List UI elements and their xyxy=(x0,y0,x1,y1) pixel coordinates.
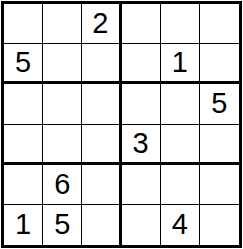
sudoku-cell-r5c4-empty[interactable] xyxy=(122,165,161,205)
sudoku-cell-r4c5-empty[interactable] xyxy=(161,125,200,165)
sudoku-cell-r5c2-given[interactable]: 6 xyxy=(43,165,82,205)
sudoku-cell-r1c6-empty[interactable] xyxy=(200,4,239,44)
sudoku-cell-r5c3-empty[interactable] xyxy=(82,165,121,205)
sudoku-cell-r3c6-given[interactable]: 5 xyxy=(200,84,239,124)
sudoku-cell-r2c3-empty[interactable] xyxy=(82,44,121,84)
sudoku-cell-r6c6-empty[interactable] xyxy=(200,205,239,245)
sudoku-cell-r4c4-given[interactable]: 3 xyxy=(122,125,161,165)
sudoku-cell-r4c1-empty[interactable] xyxy=(4,125,43,165)
sudoku-cell-r4c6-empty[interactable] xyxy=(200,125,239,165)
sudoku-cell-r2c6-empty[interactable] xyxy=(200,44,239,84)
sudoku-cell-r6c1-given[interactable]: 1 xyxy=(4,205,43,245)
sudoku-cell-r4c2-empty[interactable] xyxy=(43,125,82,165)
sudoku-cell-r2c5-given[interactable]: 1 xyxy=(161,44,200,84)
sudoku-cell-r6c5-given[interactable]: 4 xyxy=(161,205,200,245)
sudoku-cell-r2c4-empty[interactable] xyxy=(122,44,161,84)
sudoku-cell-r1c1-empty[interactable] xyxy=(4,4,43,44)
sudoku-cell-r6c2-given[interactable]: 5 xyxy=(43,205,82,245)
sudoku-cell-r5c1-empty[interactable] xyxy=(4,165,43,205)
sudoku-cell-r3c1-empty[interactable] xyxy=(4,84,43,124)
sudoku-cell-r5c6-empty[interactable] xyxy=(200,165,239,205)
sudoku-cell-r1c5-empty[interactable] xyxy=(161,4,200,44)
sudoku-cell-r5c5-empty[interactable] xyxy=(161,165,200,205)
sudoku-cell-r3c3-empty[interactable] xyxy=(82,84,121,124)
sudoku-cell-r3c2-empty[interactable] xyxy=(43,84,82,124)
sudoku-cell-r1c2-empty[interactable] xyxy=(43,4,82,44)
sudoku-cell-r2c1-given[interactable]: 5 xyxy=(4,44,43,84)
sudoku-cell-r4c3-empty[interactable] xyxy=(82,125,121,165)
sudoku-board: 251536154 xyxy=(1,1,242,248)
sudoku-cell-r2c2-empty[interactable] xyxy=(43,44,82,84)
sudoku-cell-r1c3-given[interactable]: 2 xyxy=(82,4,121,44)
sudoku-cell-r3c5-empty[interactable] xyxy=(161,84,200,124)
sudoku-cell-r3c4-empty[interactable] xyxy=(122,84,161,124)
sudoku-cell-r1c4-empty[interactable] xyxy=(122,4,161,44)
sudoku-cell-r6c4-empty[interactable] xyxy=(122,205,161,245)
sudoku-cell-r6c3-empty[interactable] xyxy=(82,205,121,245)
